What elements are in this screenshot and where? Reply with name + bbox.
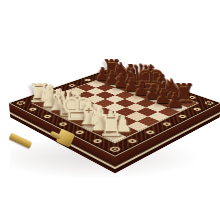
white-rook: ♜ bbox=[21, 83, 58, 104]
rosette-ornament bbox=[170, 89, 181, 93]
rosette-ornament bbox=[42, 114, 54, 119]
corner-rosette-ornament bbox=[110, 68, 121, 72]
rosette-ornament bbox=[122, 73, 132, 77]
chess-set-photo: ♜♞♝♛♚♝♞♜♟♟♟♟♟♟♟♟♟♟♟♟♟♟♟♟♜♞♝♛♚♝♞♜ bbox=[0, 0, 220, 220]
corner-rosette-ornament bbox=[15, 100, 28, 105]
rosette-ornament bbox=[160, 121, 172, 127]
rosette-ornament bbox=[92, 138, 105, 144]
rosette-ornament bbox=[27, 107, 39, 112]
square-b1: ♞ bbox=[42, 103, 63, 112]
rosette-ornament bbox=[137, 78, 147, 82]
rosette-ornament bbox=[57, 121, 69, 127]
corner-rosette-ornament bbox=[203, 100, 216, 105]
corner-rosette-ornament bbox=[107, 145, 122, 153]
rosette-ornament bbox=[187, 95, 198, 99]
rosette-ornament bbox=[176, 114, 188, 119]
rosette-ornament bbox=[153, 83, 163, 87]
rosette-ornament bbox=[74, 129, 87, 135]
rosette-ornament bbox=[191, 107, 203, 112]
rosette-ornament bbox=[125, 138, 138, 144]
rosette-ornament bbox=[143, 129, 156, 135]
